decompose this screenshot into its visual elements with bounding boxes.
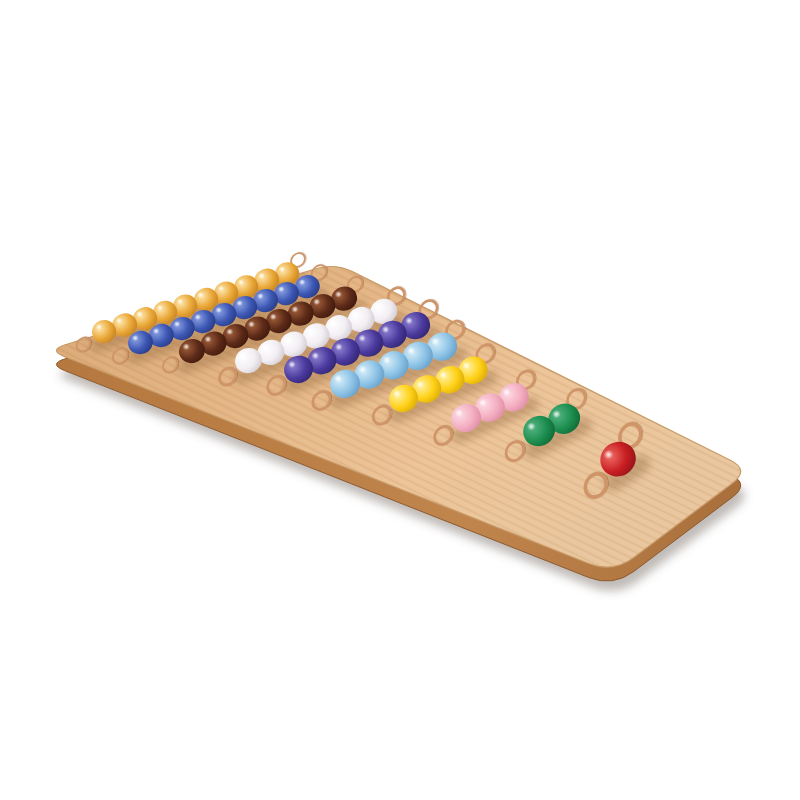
- bead-gloss: [310, 351, 320, 360]
- bead-gloss: [131, 335, 140, 343]
- bead-gloss: [135, 310, 144, 317]
- bead-gloss: [203, 335, 212, 343]
- bead-gloss: [501, 388, 512, 398]
- bead-gloss: [238, 352, 248, 361]
- copper-wire-loop: [73, 332, 95, 354]
- bead-gloss: [176, 297, 185, 304]
- bead-gloss: [391, 389, 401, 398]
- bead-gloss: [269, 312, 278, 320]
- bead-gloss: [261, 344, 271, 353]
- bead-gloss: [115, 316, 124, 323]
- bead-bars: [0, 0, 800, 800]
- bead-gloss: [196, 291, 205, 298]
- bead-gloss: [182, 342, 191, 350]
- bead-gloss: [277, 286, 286, 294]
- bead-gloss: [414, 379, 424, 388]
- bead-gloss: [381, 356, 392, 365]
- bead-gloss: [257, 272, 266, 279]
- bead-gloss: [438, 370, 448, 379]
- bead-gloss: [286, 360, 296, 369]
- copper-wire-loop: [159, 353, 182, 377]
- bead-gloss: [328, 319, 338, 328]
- bead-gloss: [406, 346, 417, 355]
- bead-gloss: [256, 293, 265, 301]
- bead-gloss: [173, 321, 182, 329]
- bead-gloss: [525, 421, 537, 432]
- bead-gloss: [247, 320, 256, 328]
- bead-gloss: [155, 304, 164, 311]
- bead-gloss: [94, 323, 103, 330]
- bead-gloss: [214, 307, 223, 315]
- bead-gloss: [152, 328, 161, 336]
- bead-gloss: [551, 409, 563, 420]
- bead-gloss: [351, 311, 361, 320]
- bead-gloss: [306, 327, 316, 336]
- bead-gloss: [277, 265, 286, 272]
- bead-gloss: [602, 448, 616, 461]
- bead-gloss: [333, 374, 344, 383]
- bead-gloss: [333, 342, 343, 351]
- copper-wire-loop: [109, 345, 132, 368]
- bead-gloss: [430, 337, 441, 346]
- bead-gloss: [290, 305, 299, 313]
- bead-gloss: [404, 316, 414, 325]
- bead-gloss: [237, 278, 246, 285]
- bead-gloss: [357, 365, 368, 374]
- bead-gloss: [312, 297, 321, 305]
- bead-gloss: [461, 361, 471, 370]
- bead-gloss: [235, 300, 244, 308]
- bead-gloss: [334, 290, 343, 298]
- product-photo-scene: [0, 0, 800, 800]
- bead-gloss: [298, 279, 307, 287]
- bead-gloss: [357, 333, 367, 342]
- bead-gloss: [373, 303, 383, 312]
- bead-gloss: [477, 398, 488, 408]
- bead-bar-1-red: [593, 435, 642, 483]
- bead-gloss: [454, 408, 465, 418]
- bead-gloss: [283, 335, 293, 344]
- bead-gloss: [216, 284, 225, 291]
- bead-gloss: [194, 314, 203, 322]
- bead-gloss: [225, 327, 234, 335]
- bead-gloss: [380, 325, 390, 334]
